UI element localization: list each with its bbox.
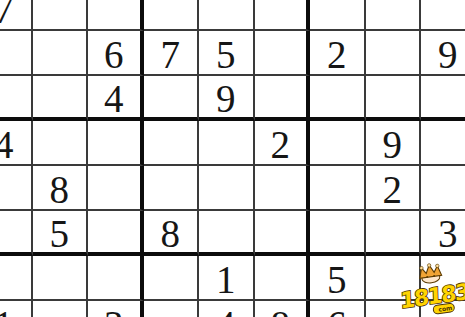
cell-r4c3[interactable] xyxy=(88,121,144,166)
cell-r1c9[interactable] xyxy=(421,0,465,31)
cell-r1c4[interactable] xyxy=(144,0,200,31)
cell-r8c3[interactable]: 3 xyxy=(88,301,144,317)
cell-r3c8[interactable] xyxy=(366,76,422,121)
cell-r1c7[interactable] xyxy=(310,0,366,31)
cell-r8c1[interactable]: 1 xyxy=(0,301,33,317)
cell-r3c7[interactable] xyxy=(310,76,366,121)
cell-r2c8[interactable] xyxy=(366,31,422,76)
cell-r3c2[interactable] xyxy=(33,76,89,121)
cell-r4c5[interactable] xyxy=(199,121,255,166)
cell-r2c4[interactable]: 7 xyxy=(144,31,200,76)
cell-r8c5[interactable]: 4 xyxy=(199,301,255,317)
cell-r8c4[interactable] xyxy=(144,301,200,317)
cell-r6c1[interactable] xyxy=(0,211,33,256)
cell-r6c8[interactable] xyxy=(366,211,422,256)
cell-r5c7[interactable] xyxy=(310,166,366,211)
cell-r6c4[interactable]: 8 xyxy=(144,211,200,256)
cell-r3c1[interactable] xyxy=(0,76,33,121)
cell-r2c1[interactable] xyxy=(0,31,33,76)
cell-r5c3[interactable] xyxy=(88,166,144,211)
cell-r6c9[interactable]: 3 xyxy=(421,211,465,256)
cell-r8c6[interactable]: 8 xyxy=(255,301,311,317)
cell-r4c7[interactable] xyxy=(310,121,366,166)
cell-r7c5[interactable]: 1 xyxy=(199,256,255,301)
cell-r2c5[interactable]: 5 xyxy=(199,31,255,76)
sudoku-screenshot: 76752949429825831513486 18183 com xyxy=(0,0,465,317)
cell-r1c8[interactable] xyxy=(366,0,422,31)
cell-r1c2[interactable] xyxy=(33,0,89,31)
cell-r4c1[interactable]: 4 xyxy=(0,121,33,166)
cell-r2c9[interactable]: 9 xyxy=(421,31,465,76)
cell-r4c6[interactable]: 2 xyxy=(255,121,311,166)
cell-r8c7[interactable]: 6 xyxy=(310,301,366,317)
cell-r5c2[interactable]: 8 xyxy=(33,166,89,211)
cell-r3c6[interactable] xyxy=(255,76,311,121)
cell-r5c1[interactable] xyxy=(0,166,33,211)
cell-r1c6[interactable] xyxy=(255,0,311,31)
cell-r6c7[interactable] xyxy=(310,211,366,256)
cell-r7c7[interactable]: 5 xyxy=(310,256,366,301)
cell-r4c4[interactable] xyxy=(144,121,200,166)
cell-r2c3[interactable]: 6 xyxy=(88,31,144,76)
cell-r1c3[interactable] xyxy=(88,0,144,31)
cell-r4c8[interactable]: 9 xyxy=(366,121,422,166)
18183-watermark-logo: 18183 com xyxy=(396,263,465,317)
cell-r3c4[interactable] xyxy=(144,76,200,121)
cell-r4c2[interactable] xyxy=(33,121,89,166)
logo-text: 18183 xyxy=(400,279,465,314)
cell-r3c9[interactable] xyxy=(421,76,465,121)
18183-logo-graphic: 18183 com xyxy=(396,263,465,317)
cell-r6c2[interactable]: 5 xyxy=(33,211,89,256)
cell-r2c7[interactable]: 2 xyxy=(310,31,366,76)
cell-r5c6[interactable] xyxy=(255,166,311,211)
cell-r2c6[interactable] xyxy=(255,31,311,76)
cell-r7c1[interactable] xyxy=(0,256,33,301)
cell-r3c3[interactable]: 4 xyxy=(88,76,144,121)
cell-r3c5[interactable]: 9 xyxy=(199,76,255,121)
crown-icon xyxy=(418,263,442,284)
cell-r7c4[interactable] xyxy=(144,256,200,301)
cell-r6c6[interactable] xyxy=(255,211,311,256)
cell-r1c1[interactable]: 7 xyxy=(0,0,33,31)
cell-r7c6[interactable] xyxy=(255,256,311,301)
cell-r6c3[interactable] xyxy=(88,211,144,256)
cell-r7c3[interactable] xyxy=(88,256,144,301)
cell-r5c5[interactable] xyxy=(199,166,255,211)
cell-r2c2[interactable] xyxy=(33,31,89,76)
cell-r4c9[interactable] xyxy=(421,121,465,166)
cell-r5c8[interactable]: 2 xyxy=(366,166,422,211)
cell-r8c2[interactable] xyxy=(33,301,89,317)
cell-r5c4[interactable] xyxy=(144,166,200,211)
cell-r5c9[interactable] xyxy=(421,166,465,211)
cell-r7c2[interactable] xyxy=(33,256,89,301)
cell-r1c5[interactable] xyxy=(199,0,255,31)
cell-r6c5[interactable] xyxy=(199,211,255,256)
